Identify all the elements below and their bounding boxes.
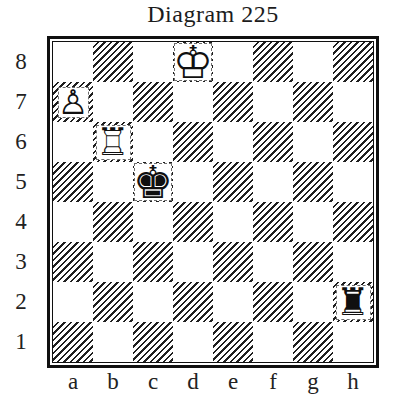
white-rook-b6: ♖: [96, 123, 130, 161]
square-h6: [333, 122, 373, 162]
square-b5: [93, 162, 133, 202]
chess-board-inner-border: ♔♙♖♚♜: [52, 41, 374, 363]
chess-board-frame: ♔♙♖♚♜: [47, 36, 379, 368]
square-a5: [53, 162, 93, 202]
square-h2: ♜: [333, 282, 373, 322]
square-f7: [253, 82, 293, 122]
square-a8: [53, 42, 93, 82]
square-d4: [173, 202, 213, 242]
file-label-d: d: [173, 369, 213, 395]
rank-label-4: 4: [8, 202, 34, 242]
square-g8: [293, 42, 333, 82]
square-c2: [133, 282, 173, 322]
square-f2: [253, 282, 293, 322]
square-c7: [133, 82, 173, 122]
rank-label-2: 2: [8, 282, 34, 322]
white-rook-halo: ♖: [96, 125, 131, 160]
square-g6: [293, 122, 333, 162]
square-e7: [213, 82, 253, 122]
square-f5: [253, 162, 293, 202]
square-e4: [213, 202, 253, 242]
square-g3: [293, 242, 333, 282]
rank-label-8: 8: [8, 42, 34, 82]
white-pawn-halo: ♙: [58, 87, 89, 118]
square-b4: [93, 202, 133, 242]
square-f4: [253, 202, 293, 242]
file-label-g: g: [293, 369, 333, 395]
square-d2: [173, 282, 213, 322]
square-f8: [253, 42, 293, 82]
square-d5: [173, 162, 213, 202]
square-b8: [93, 42, 133, 82]
square-a4: [53, 202, 93, 242]
square-d8: ♔: [173, 42, 213, 82]
square-g5: [293, 162, 333, 202]
square-h3: [333, 242, 373, 282]
square-g4: [293, 202, 333, 242]
square-b6: ♖: [93, 122, 133, 162]
square-c5: ♚: [133, 162, 173, 202]
square-e6: [213, 122, 253, 162]
square-d6: [173, 122, 213, 162]
square-a3: [53, 242, 93, 282]
file-label-c: c: [133, 369, 173, 395]
square-a1: [53, 322, 93, 362]
rank-label-5: 5: [8, 162, 34, 202]
square-g7: [293, 82, 333, 122]
square-h7: [333, 82, 373, 122]
square-c1: [133, 322, 173, 362]
rank-label-3: 3: [8, 242, 34, 282]
square-e3: [213, 242, 253, 282]
chess-diagram-page: Diagram 225 8 7 6 5 4 3 2 1 ♔♙♖♚♜ a b c …: [0, 0, 400, 400]
black-rook-h2: ♜: [336, 283, 370, 321]
file-label-h: h: [333, 369, 373, 395]
rank-label-6: 6: [8, 122, 34, 162]
chess-board-grid: ♔♙♖♚♜: [53, 42, 373, 362]
square-c3: [133, 242, 173, 282]
file-label-b: b: [93, 369, 133, 395]
square-d7: [173, 82, 213, 122]
square-h8: [333, 42, 373, 82]
square-b3: [93, 242, 133, 282]
square-e8: [213, 42, 253, 82]
black-king-halo: ♚: [134, 163, 172, 201]
square-a2: [53, 282, 93, 322]
white-king-halo: ♔: [174, 43, 212, 81]
square-g2: [293, 282, 333, 322]
square-d1: [173, 322, 213, 362]
square-f1: [253, 322, 293, 362]
square-a6: [53, 122, 93, 162]
square-b7: [93, 82, 133, 122]
rank-label-7: 7: [8, 82, 34, 122]
square-f6: [253, 122, 293, 162]
square-b2: [93, 282, 133, 322]
white-pawn-a7: ♙: [58, 85, 88, 119]
black-king-c5: ♚: [133, 160, 173, 205]
file-label-e: e: [213, 369, 253, 395]
white-king-d8: ♔: [173, 40, 213, 85]
square-b1: [93, 322, 133, 362]
square-e1: [213, 322, 253, 362]
square-a7: ♙: [53, 82, 93, 122]
rank-label-1: 1: [8, 322, 34, 362]
square-f3: [253, 242, 293, 282]
square-e5: [213, 162, 253, 202]
square-h4: [333, 202, 373, 242]
file-label-a: a: [53, 369, 93, 395]
diagram-title: Diagram 225: [47, 1, 379, 28]
square-g1: [293, 322, 333, 362]
square-e2: [213, 282, 253, 322]
square-h1: [333, 322, 373, 362]
file-labels: a b c d e f g h: [53, 369, 373, 395]
square-d3: [173, 242, 213, 282]
square-c8: [133, 42, 173, 82]
file-label-f: f: [253, 369, 293, 395]
rank-labels: 8 7 6 5 4 3 2 1: [8, 42, 34, 362]
square-c4: [133, 202, 173, 242]
black-rook-halo: ♜: [336, 285, 371, 320]
square-h5: [333, 162, 373, 202]
